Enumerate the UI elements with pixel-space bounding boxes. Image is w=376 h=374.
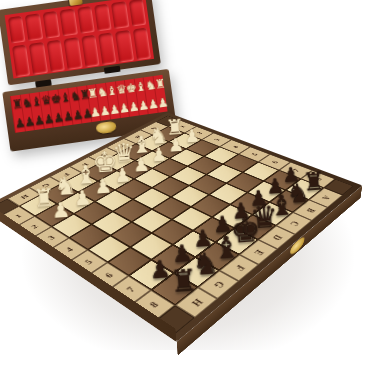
coordinate-label: E: [80, 162, 90, 167]
coordinate-label: 5: [83, 258, 94, 265]
brass-crest-icon: [96, 121, 117, 135]
coordinate-label: 2: [195, 131, 204, 135]
coordinate-label: D: [99, 152, 109, 157]
product-photo-chess-set: ♜♞♝♛♚♝♞♜♜♞♝♛♚♝♞♜♟♟♟♟♟♟♟♟♟♟♟♟♟♟♟♟ HGFEDCB…: [0, 0, 376, 374]
coordinate-label: H: [189, 297, 204, 308]
coordinate-label: B: [304, 207, 317, 214]
coordinate-label: 1: [178, 125, 187, 129]
hinge-icon: [104, 66, 121, 74]
lid-piece-slot: [98, 32, 117, 65]
coordinate-label: A: [320, 194, 333, 201]
coordinate-label: 7: [290, 168, 301, 173]
coordinate-label: F: [61, 172, 71, 177]
lid-piece-slot: [64, 37, 83, 70]
lid-piece-slot: [12, 44, 31, 77]
lid-piece-slot: [132, 28, 151, 61]
coordinate-label: 4: [64, 246, 75, 253]
lid-piece-slot: [111, 1, 129, 29]
coordinate-label: C: [288, 219, 301, 226]
lid-piece-slot: [46, 40, 65, 73]
lid-piece-slot: [128, 0, 146, 27]
coordinate-label: E: [252, 248, 265, 256]
lid-piece-slot: [77, 6, 95, 34]
lid-piece-slot: [29, 42, 48, 75]
coordinate-label: H: [19, 193, 30, 199]
coordinate-label: A: [149, 126, 159, 130]
coordinate-label: F: [232, 263, 245, 271]
coordinate-label: 8: [313, 176, 324, 181]
coordinate-label: 2: [29, 223, 39, 229]
coordinate-label: 1: [13, 213, 23, 219]
lid-piece-slot: [8, 16, 26, 44]
stored-piece: ♜: [154, 78, 165, 91]
lid-piece-slot: [42, 11, 60, 39]
box-lid-felt: [5, 0, 155, 79]
lid-piece-slot: [25, 13, 43, 41]
coordinate-label: 3: [212, 138, 221, 142]
lid-piece-slot: [81, 35, 100, 68]
coordinate-label: 8: [147, 300, 160, 309]
coordinate-label: 5: [249, 152, 259, 156]
lid-piece-slot: [60, 8, 78, 36]
coordinate-label: C: [116, 143, 126, 148]
coordinate-label: 3: [46, 234, 56, 241]
coordinate-label: B: [133, 134, 142, 138]
coordinate-label: G: [40, 182, 51, 188]
lid-piece-slot: [94, 4, 112, 32]
coordinate-label: 6: [103, 271, 115, 279]
coordinate-label: 6: [269, 160, 279, 165]
coordinate-label: 4: [230, 145, 239, 149]
coordinate-label: G: [211, 279, 226, 289]
stored-piece: ♟: [157, 96, 168, 109]
coordinate-label: 7: [124, 285, 136, 293]
lid-piece-slot: [115, 30, 134, 63]
coordinate-label: D: [270, 233, 284, 241]
